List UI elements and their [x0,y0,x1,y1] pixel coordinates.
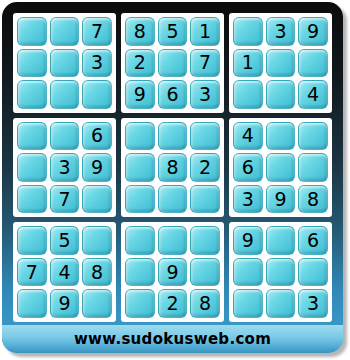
sudoku-cell[interactable] [50,49,80,78]
sudoku-cell[interactable]: 8 [158,153,188,182]
sudoku-cell[interactable] [266,289,296,318]
sudoku-box: 6397 [13,118,116,218]
sudoku-cell[interactable] [298,122,328,151]
sudoku-cell[interactable] [50,17,80,46]
sudoku-cell[interactable]: 5 [50,226,80,255]
sudoku-box: 928 [121,222,224,322]
sudoku-cell[interactable]: 6 [158,80,188,109]
sudoku-cell[interactable] [17,17,47,46]
sudoku-cell[interactable] [158,226,188,255]
sudoku-cell[interactable] [190,226,220,255]
sudoku-cell[interactable] [158,122,188,151]
sudoku-cell[interactable]: 2 [125,49,155,78]
sudoku-box: 57489 [13,222,116,322]
sudoku-cell[interactable]: 9 [233,226,263,255]
board-footer: www.sudokusweb.com [2,325,343,353]
sudoku-cell[interactable]: 7 [82,17,112,46]
sudoku-cell[interactable] [298,258,328,287]
sudoku-cell[interactable] [266,226,296,255]
sudoku-cell[interactable] [298,153,328,182]
sudoku-cell[interactable] [298,49,328,78]
sudoku-cell[interactable]: 4 [50,258,80,287]
sudoku-cell[interactable]: 9 [50,289,80,318]
sudoku-cell[interactable]: 6 [233,153,263,182]
sudoku-grid: 738512796339146397824639857489928963 [13,13,332,322]
sudoku-cell[interactable]: 2 [158,289,188,318]
sudoku-cell[interactable]: 9 [82,153,112,182]
sudoku-cell[interactable] [82,226,112,255]
sudoku-cell[interactable]: 2 [190,153,220,182]
sudoku-cell[interactable] [266,80,296,109]
sudoku-cell[interactable] [125,258,155,287]
sudoku-cell[interactable] [266,122,296,151]
sudoku-cell[interactable]: 4 [298,80,328,109]
sudoku-cell[interactable] [17,49,47,78]
sudoku-cell[interactable] [125,122,155,151]
sudoku-box: 3914 [229,13,332,113]
sudoku-box: 46398 [229,118,332,218]
sudoku-box: 963 [229,222,332,322]
sudoku-cell[interactable]: 6 [82,122,112,151]
sudoku-cell[interactable] [125,185,155,214]
sudoku-cell[interactable]: 5 [158,17,188,46]
sudoku-cell[interactable]: 1 [233,49,263,78]
sudoku-cell[interactable]: 9 [125,80,155,109]
sudoku-cell[interactable] [158,185,188,214]
sudoku-cell[interactable]: 3 [82,49,112,78]
sudoku-cell[interactable]: 8 [82,258,112,287]
sudoku-cell[interactable] [50,80,80,109]
sudoku-cell[interactable] [125,289,155,318]
sudoku-cell[interactable]: 9 [266,185,296,214]
sudoku-cell[interactable] [266,258,296,287]
sudoku-cell[interactable]: 7 [190,49,220,78]
sudoku-cell[interactable]: 8 [125,17,155,46]
sudoku-cell[interactable]: 1 [190,17,220,46]
sudoku-cell[interactable] [17,122,47,151]
sudoku-cell[interactable]: 9 [298,17,328,46]
sudoku-cell[interactable] [50,122,80,151]
sudoku-cell[interactable] [233,258,263,287]
sudoku-cell[interactable]: 3 [298,289,328,318]
sudoku-cell[interactable] [190,122,220,151]
sudoku-cell[interactable]: 3 [190,80,220,109]
sudoku-cell[interactable] [17,226,47,255]
sudoku-box: 82 [121,118,224,218]
sudoku-cell[interactable]: 4 [233,122,263,151]
sudoku-cell[interactable]: 3 [233,185,263,214]
sudoku-cell[interactable]: 7 [17,258,47,287]
sudoku-cell[interactable] [266,49,296,78]
sudoku-cell[interactable] [82,185,112,214]
sudoku-cell[interactable] [82,80,112,109]
sudoku-cell[interactable] [266,153,296,182]
sudoku-cell[interactable] [125,153,155,182]
sudoku-cell[interactable] [17,289,47,318]
sudoku-cell[interactable]: 8 [298,185,328,214]
sudoku-cell[interactable] [17,153,47,182]
sudoku-cell[interactable]: 3 [50,153,80,182]
sudoku-cell[interactable] [158,49,188,78]
sudoku-cell[interactable] [82,289,112,318]
site-url: www.sudokusweb.com [74,330,271,348]
sudoku-cell[interactable]: 3 [266,17,296,46]
sudoku-cell[interactable]: 7 [50,185,80,214]
sudoku-cell[interactable] [233,17,263,46]
sudoku-cell[interactable]: 8 [190,289,220,318]
sudoku-board: 738512796339146397824639857489928963 www… [2,2,343,353]
sudoku-cell[interactable] [17,80,47,109]
sudoku-cell[interactable]: 6 [298,226,328,255]
sudoku-box: 73 [13,13,116,113]
sudoku-cell[interactable] [190,258,220,287]
sudoku-cell[interactable] [190,185,220,214]
sudoku-cell[interactable] [233,289,263,318]
sudoku-box: 85127963 [121,13,224,113]
sudoku-cell[interactable]: 9 [158,258,188,287]
sudoku-cell[interactable] [17,185,47,214]
sudoku-cell[interactable] [233,80,263,109]
sudoku-cell[interactable] [125,226,155,255]
